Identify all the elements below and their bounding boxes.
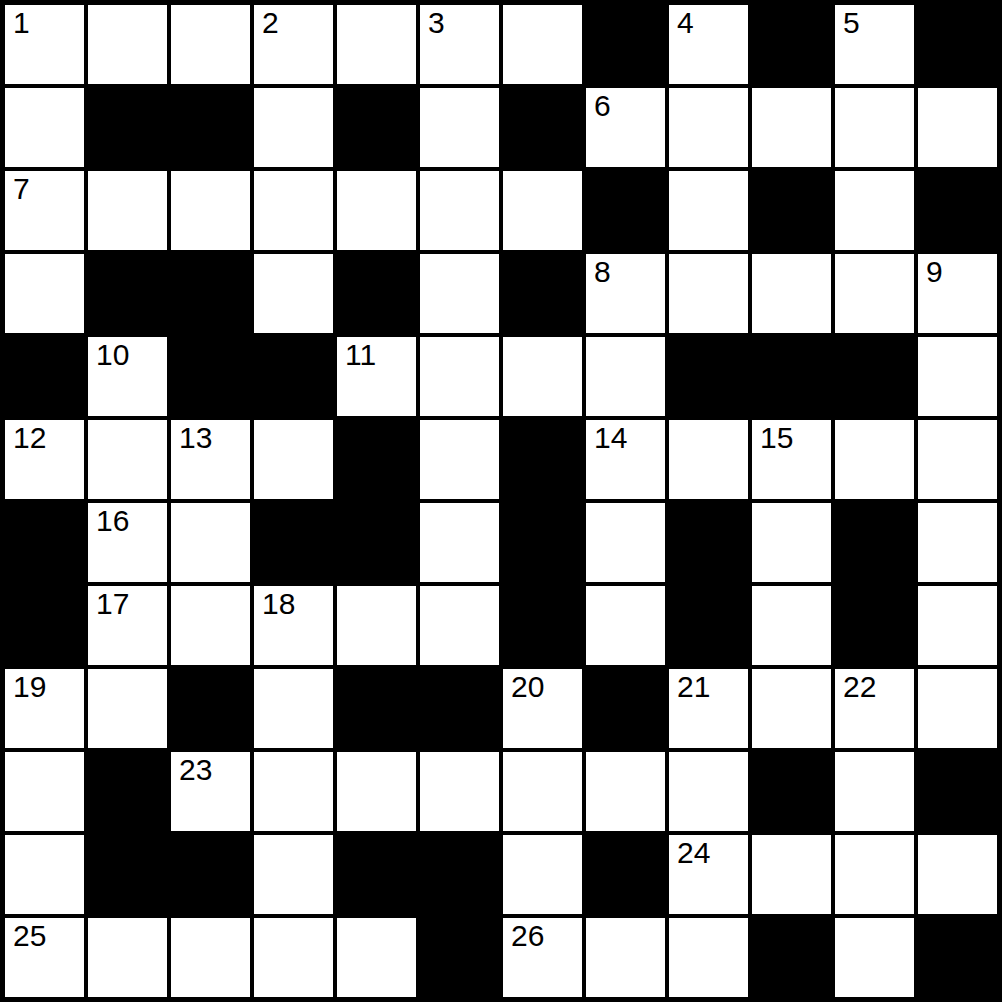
white-cell[interactable] (835, 918, 914, 997)
clue-number: 8 (594, 257, 611, 287)
white-cell[interactable]: 21 (669, 669, 748, 748)
white-cell[interactable] (835, 752, 914, 831)
black-cell (835, 586, 914, 665)
white-cell[interactable]: 7 (5, 171, 84, 250)
clue-number: 4 (677, 8, 694, 38)
black-cell (752, 918, 831, 997)
white-cell[interactable] (254, 752, 333, 831)
clue-number: 21 (677, 672, 710, 702)
clue-number: 20 (511, 672, 544, 702)
white-cell[interactable] (5, 752, 84, 831)
white-cell[interactable] (5, 88, 84, 167)
white-cell[interactable] (752, 88, 831, 167)
black-cell (503, 254, 582, 333)
white-cell[interactable] (918, 586, 997, 665)
black-cell (752, 5, 831, 84)
black-cell (752, 752, 831, 831)
white-cell[interactable] (835, 88, 914, 167)
black-cell (835, 503, 914, 582)
white-cell[interactable] (669, 918, 748, 997)
white-cell[interactable] (586, 918, 665, 997)
black-cell (918, 5, 997, 84)
white-cell[interactable] (337, 5, 416, 84)
white-cell[interactable]: 26 (503, 918, 582, 997)
black-cell (420, 918, 499, 997)
white-cell[interactable]: 23 (171, 752, 250, 831)
clue-number: 18 (262, 589, 295, 619)
white-cell[interactable]: 12 (5, 420, 84, 499)
white-cell[interactable]: 14 (586, 420, 665, 499)
white-cell[interactable] (254, 254, 333, 333)
black-cell (88, 254, 167, 333)
black-cell (586, 835, 665, 914)
white-cell[interactable]: 10 (88, 337, 167, 416)
white-cell[interactable] (5, 835, 84, 914)
white-cell[interactable]: 20 (503, 669, 582, 748)
black-cell (337, 254, 416, 333)
white-cell[interactable] (503, 752, 582, 831)
white-cell[interactable]: 16 (88, 503, 167, 582)
white-cell[interactable] (254, 88, 333, 167)
black-cell (918, 752, 997, 831)
clue-number: 3 (428, 8, 445, 38)
black-cell (337, 835, 416, 914)
black-cell (88, 752, 167, 831)
white-cell[interactable] (420, 88, 499, 167)
white-cell[interactable]: 15 (752, 420, 831, 499)
white-cell[interactable]: 11 (337, 337, 416, 416)
white-cell[interactable] (586, 586, 665, 665)
white-cell[interactable] (503, 337, 582, 416)
black-cell (337, 420, 416, 499)
white-cell[interactable] (171, 171, 250, 250)
white-cell[interactable] (337, 586, 416, 665)
white-cell[interactable]: 6 (586, 88, 665, 167)
black-cell (586, 5, 665, 84)
white-cell[interactable] (669, 420, 748, 499)
white-cell[interactable] (669, 171, 748, 250)
black-cell (5, 586, 84, 665)
black-cell (918, 918, 997, 997)
white-cell[interactable] (835, 420, 914, 499)
white-cell[interactable] (337, 171, 416, 250)
white-cell[interactable]: 25 (5, 918, 84, 997)
white-cell[interactable] (171, 503, 250, 582)
white-cell[interactable] (254, 835, 333, 914)
black-cell (503, 88, 582, 167)
black-cell (420, 835, 499, 914)
white-cell[interactable]: 18 (254, 586, 333, 665)
black-cell (5, 337, 84, 416)
white-cell[interactable] (586, 752, 665, 831)
white-cell[interactable] (88, 669, 167, 748)
white-cell[interactable] (586, 337, 665, 416)
black-cell (503, 503, 582, 582)
white-cell[interactable] (254, 171, 333, 250)
crossword-grid: 1234567891011121314151617181920212223242… (0, 0, 1002, 1002)
white-cell[interactable] (918, 669, 997, 748)
clue-number: 9 (926, 257, 943, 287)
white-cell[interactable] (88, 5, 167, 84)
white-cell[interactable] (752, 669, 831, 748)
white-cell[interactable] (171, 586, 250, 665)
clue-number: 7 (13, 174, 30, 204)
white-cell[interactable] (835, 835, 914, 914)
white-cell[interactable] (420, 503, 499, 582)
black-cell (586, 171, 665, 250)
white-cell[interactable] (918, 503, 997, 582)
clue-number: 11 (345, 340, 376, 370)
clue-number: 1 (13, 8, 30, 38)
white-cell[interactable] (420, 171, 499, 250)
white-cell[interactable] (88, 918, 167, 997)
white-cell[interactable] (420, 420, 499, 499)
white-cell[interactable] (752, 586, 831, 665)
white-cell[interactable]: 17 (88, 586, 167, 665)
black-cell (420, 669, 499, 748)
white-cell[interactable]: 3 (420, 5, 499, 84)
clue-number: 25 (13, 921, 46, 951)
black-cell (254, 503, 333, 582)
white-cell[interactable] (835, 254, 914, 333)
white-cell[interactable] (503, 835, 582, 914)
black-cell (752, 337, 831, 416)
white-cell[interactable] (918, 835, 997, 914)
white-cell[interactable] (669, 88, 748, 167)
white-cell[interactable] (752, 835, 831, 914)
black-cell (337, 503, 416, 582)
black-cell (835, 337, 914, 416)
clue-number: 23 (179, 755, 212, 785)
clue-number: 16 (96, 506, 129, 536)
white-cell[interactable]: 4 (669, 5, 748, 84)
black-cell (503, 586, 582, 665)
white-cell[interactable] (337, 918, 416, 997)
clue-number: 26 (511, 921, 544, 951)
clue-number: 14 (594, 423, 627, 453)
black-cell (669, 337, 748, 416)
clue-number: 13 (179, 423, 212, 453)
black-cell (752, 171, 831, 250)
white-cell[interactable] (88, 420, 167, 499)
white-cell[interactable] (171, 918, 250, 997)
clue-number: 19 (13, 672, 46, 702)
white-cell[interactable] (918, 420, 997, 499)
white-cell[interactable] (752, 503, 831, 582)
clue-number: 22 (843, 672, 876, 702)
white-cell[interactable]: 13 (171, 420, 250, 499)
white-cell[interactable] (337, 752, 416, 831)
white-cell[interactable] (752, 254, 831, 333)
white-cell[interactable] (586, 503, 665, 582)
black-cell (171, 337, 250, 416)
white-cell[interactable] (918, 88, 997, 167)
white-cell[interactable] (669, 254, 748, 333)
white-cell[interactable] (420, 254, 499, 333)
white-cell[interactable] (420, 337, 499, 416)
black-cell (88, 88, 167, 167)
black-cell (254, 337, 333, 416)
black-cell (669, 503, 748, 582)
white-cell[interactable] (918, 337, 997, 416)
black-cell (503, 420, 582, 499)
black-cell (171, 669, 250, 748)
white-cell[interactable]: 9 (918, 254, 997, 333)
black-cell (88, 835, 167, 914)
white-cell[interactable] (254, 669, 333, 748)
black-cell (669, 586, 748, 665)
white-cell[interactable] (420, 586, 499, 665)
clue-number: 15 (760, 423, 793, 453)
white-cell[interactable] (5, 254, 84, 333)
black-cell (171, 835, 250, 914)
clue-number: 12 (13, 423, 46, 453)
white-cell[interactable]: 2 (254, 5, 333, 84)
white-cell[interactable] (503, 5, 582, 84)
black-cell (918, 171, 997, 250)
white-cell[interactable]: 1 (5, 5, 84, 84)
clue-number: 6 (594, 91, 611, 121)
white-cell[interactable] (171, 5, 250, 84)
black-cell (171, 88, 250, 167)
clue-number: 10 (96, 340, 129, 370)
white-cell[interactable]: 19 (5, 669, 84, 748)
black-cell (586, 669, 665, 748)
white-cell[interactable]: 22 (835, 669, 914, 748)
white-cell[interactable] (88, 171, 167, 250)
white-cell[interactable]: 8 (586, 254, 665, 333)
white-cell[interactable] (669, 752, 748, 831)
white-cell[interactable]: 5 (835, 5, 914, 84)
clue-number: 2 (262, 8, 279, 38)
black-cell (171, 254, 250, 333)
clue-number: 17 (96, 589, 129, 619)
clue-number: 5 (843, 8, 860, 38)
white-cell[interactable] (835, 171, 914, 250)
clue-number: 24 (677, 838, 710, 868)
white-cell[interactable] (503, 171, 582, 250)
white-cell[interactable] (254, 420, 333, 499)
white-cell[interactable]: 24 (669, 835, 748, 914)
black-cell (337, 88, 416, 167)
white-cell[interactable] (420, 752, 499, 831)
white-cell[interactable] (254, 918, 333, 997)
black-cell (5, 503, 84, 582)
black-cell (337, 669, 416, 748)
